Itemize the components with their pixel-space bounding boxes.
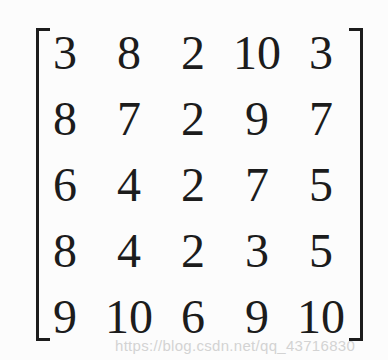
- matrix-cell-r4c4: 3: [225, 218, 289, 284]
- matrix-cell-r3c4: 7: [225, 152, 289, 218]
- matrix-cell-r2c3: 2: [161, 86, 225, 152]
- matrix-cell-r5c5: 10: [289, 284, 353, 350]
- matrix-cell-r2c5: 7: [289, 86, 353, 152]
- matrix-cell-r5c3: 6: [161, 284, 225, 350]
- matrix-cell-r5c4: 9: [225, 284, 289, 350]
- matrix-cell-r5c2: 10: [97, 284, 161, 350]
- matrix-cell-r1c4: 10: [225, 20, 289, 86]
- matrix-cell-r1c1: 3: [33, 20, 97, 86]
- matrix-grid: 3821038729764275842359106910: [33, 20, 353, 350]
- matrix-cell-r3c5: 5: [289, 152, 353, 218]
- matrix-cell-r2c1: 8: [33, 86, 97, 152]
- matrix-cell-r5c1: 9: [33, 284, 97, 350]
- matrix-cell-r4c1: 8: [33, 218, 97, 284]
- matrix-cell-r2c2: 7: [97, 86, 161, 152]
- matrix-cell-r3c1: 6: [33, 152, 97, 218]
- matrix-cell-r1c2: 8: [97, 20, 161, 86]
- matrix-cell-r4c2: 4: [97, 218, 161, 284]
- matrix-cell-r3c2: 4: [97, 152, 161, 218]
- matrix-cell-r4c5: 5: [289, 218, 353, 284]
- matrix-cell-r2c4: 9: [225, 86, 289, 152]
- matrix-cell-r4c3: 2: [161, 218, 225, 284]
- matrix-cell-r1c5: 3: [289, 20, 353, 86]
- matrix-figure: https://blog.csdn.net/qq_43716830 382103…: [0, 0, 388, 360]
- matrix-cell-r3c3: 2: [161, 152, 225, 218]
- matrix-cell-r1c3: 2: [161, 20, 225, 86]
